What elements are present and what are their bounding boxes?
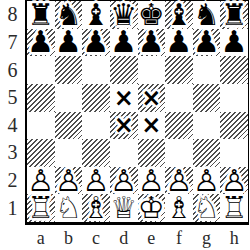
- piece-white-pawn-backing: ♟: [82, 167, 110, 195]
- piece-black-knight: ♞: [55, 1, 83, 29]
- square-a6[interactable]: [27, 56, 55, 84]
- piece-black-pawn-backing: ♟: [27, 29, 55, 57]
- square-g4[interactable]: [193, 112, 221, 140]
- piece-white-bishop: ♗: [82, 194, 110, 222]
- piece-white-pawn: ♙: [220, 167, 248, 195]
- square-e5[interactable]: ×: [138, 84, 166, 112]
- square-c7[interactable]: ♟♟: [82, 29, 110, 57]
- piece-black-pawn-backing: ♟: [110, 29, 138, 57]
- square-f4[interactable]: [165, 112, 193, 140]
- file-label-h: h: [220, 227, 248, 249]
- piece-black-rook-backing: ♜: [220, 1, 248, 29]
- rank-label-7: 7: [0, 29, 25, 57]
- square-f7[interactable]: ♟♟: [165, 29, 193, 57]
- square-d3[interactable]: [110, 139, 138, 167]
- square-e4[interactable]: ×: [138, 112, 166, 140]
- square-g1[interactable]: ♞♘: [193, 194, 221, 222]
- piece-black-bishop: ♝: [82, 1, 110, 29]
- square-h6[interactable]: [220, 56, 248, 84]
- square-c1[interactable]: ♝♗: [82, 194, 110, 222]
- square-b4[interactable]: [55, 112, 83, 140]
- piece-white-pawn: ♙: [110, 167, 138, 195]
- chess-diagram: 87654321 ♜♜♞♞♝♝♛♛♚♚♝♝♞♞♜♜♟♟♟♟♟♟♟♟♟♟♟♟♟♟♟…: [0, 0, 250, 250]
- square-g8[interactable]: ♞♞: [193, 1, 221, 29]
- piece-black-pawn-backing: ♟: [55, 29, 83, 57]
- piece-black-king: ♚: [138, 1, 166, 29]
- file-label-e: e: [138, 227, 166, 249]
- square-h2[interactable]: ♟♙: [220, 167, 248, 195]
- square-b3[interactable]: [55, 139, 83, 167]
- square-d8[interactable]: ♛♛: [110, 1, 138, 29]
- square-e3[interactable]: [138, 139, 166, 167]
- piece-white-king-backing: ♚: [138, 194, 166, 222]
- piece-black-rook-backing: ♜: [27, 1, 55, 29]
- square-c6[interactable]: [82, 56, 110, 84]
- piece-black-bishop-backing: ♝: [165, 1, 193, 29]
- piece-black-knight-backing: ♞: [193, 1, 221, 29]
- piece-black-pawn-backing: ♟: [220, 29, 248, 57]
- square-d2[interactable]: ♟♙: [110, 167, 138, 195]
- center-mark-x-e5: ×: [138, 84, 166, 112]
- square-e6[interactable]: [138, 56, 166, 84]
- piece-black-pawn: ♟: [55, 29, 83, 57]
- square-g7[interactable]: ♟♟: [193, 29, 221, 57]
- piece-white-pawn-backing: ♟: [165, 167, 193, 195]
- file-label-g: g: [193, 227, 221, 249]
- center-mark-x-e4: ×: [138, 112, 166, 140]
- chess-board: ♜♜♞♞♝♝♛♛♚♚♝♝♞♞♜♜♟♟♟♟♟♟♟♟♟♟♟♟♟♟♟♟××××♟♙♟♙…: [25, 0, 249, 225]
- square-c4[interactable]: [82, 112, 110, 140]
- square-h3[interactable]: [220, 139, 248, 167]
- piece-white-pawn-backing: ♟: [220, 167, 248, 195]
- piece-white-bishop: ♗: [165, 194, 193, 222]
- square-g3[interactable]: [193, 139, 221, 167]
- square-b7[interactable]: ♟♟: [55, 29, 83, 57]
- rank-label-4: 4: [0, 112, 25, 140]
- piece-white-rook-backing: ♜: [220, 194, 248, 222]
- file-label-f: f: [165, 227, 193, 249]
- square-a1[interactable]: ♜♖: [27, 194, 55, 222]
- square-e7[interactable]: ♟♟: [138, 29, 166, 57]
- piece-black-pawn: ♟: [138, 29, 166, 57]
- file-label-a: a: [27, 227, 55, 249]
- piece-black-pawn: ♟: [27, 29, 55, 57]
- rank-labels: 87654321: [0, 1, 25, 222]
- file-label-b: b: [55, 227, 83, 249]
- file-label-c: c: [82, 227, 110, 249]
- piece-white-pawn: ♙: [55, 167, 83, 195]
- square-h5[interactable]: [220, 84, 248, 112]
- piece-black-knight-backing: ♞: [55, 1, 83, 29]
- square-a3[interactable]: [27, 139, 55, 167]
- piece-white-pawn-backing: ♟: [138, 167, 166, 195]
- piece-black-pawn-backing: ♟: [138, 29, 166, 57]
- piece-black-queen: ♛: [110, 1, 138, 29]
- piece-black-pawn: ♟: [82, 29, 110, 57]
- piece-white-queen-backing: ♛: [110, 194, 138, 222]
- piece-white-knight-backing: ♞: [55, 194, 83, 222]
- square-a7[interactable]: ♟♟: [27, 29, 55, 57]
- piece-black-pawn: ♟: [220, 29, 248, 57]
- square-b8[interactable]: ♞♞: [55, 1, 83, 29]
- piece-white-knight-backing: ♞: [193, 194, 221, 222]
- square-e8[interactable]: ♚♚: [138, 1, 166, 29]
- square-b5[interactable]: [55, 84, 83, 112]
- piece-black-pawn-backing: ♟: [82, 29, 110, 57]
- piece-white-queen: ♕: [110, 194, 138, 222]
- piece-black-pawn: ♟: [110, 29, 138, 57]
- square-b1[interactable]: ♞♘: [55, 194, 83, 222]
- square-f3[interactable]: [165, 139, 193, 167]
- square-d6[interactable]: [110, 56, 138, 84]
- rank-label-1: 1: [0, 194, 25, 222]
- piece-white-rook: ♖: [220, 194, 248, 222]
- center-mark-x-d4: ×: [110, 112, 138, 140]
- board-squares: ♜♜♞♞♝♝♛♛♚♚♝♝♞♞♜♜♟♟♟♟♟♟♟♟♟♟♟♟♟♟♟♟××××♟♙♟♙…: [27, 1, 248, 222]
- piece-black-queen-backing: ♛: [110, 1, 138, 29]
- piece-white-pawn: ♙: [27, 167, 55, 195]
- square-c3[interactable]: [82, 139, 110, 167]
- piece-white-pawn-backing: ♟: [193, 167, 221, 195]
- piece-white-bishop-backing: ♝: [165, 194, 193, 222]
- piece-white-pawn: ♙: [82, 167, 110, 195]
- file-label-d: d: [110, 227, 138, 249]
- square-h7[interactable]: ♟♟: [220, 29, 248, 57]
- square-h4[interactable]: [220, 112, 248, 140]
- piece-black-knight: ♞: [193, 1, 221, 29]
- piece-white-pawn-backing: ♟: [55, 167, 83, 195]
- square-b2[interactable]: ♟♙: [55, 167, 83, 195]
- square-a4[interactable]: [27, 112, 55, 140]
- square-f8[interactable]: ♝♝: [165, 1, 193, 29]
- square-b6[interactable]: [55, 56, 83, 84]
- square-c2[interactable]: ♟♙: [82, 167, 110, 195]
- square-d4[interactable]: ×: [110, 112, 138, 140]
- square-d7[interactable]: ♟♟: [110, 29, 138, 57]
- piece-black-pawn-backing: ♟: [165, 29, 193, 57]
- rank-label-5: 5: [0, 84, 25, 112]
- rank-label-2: 2: [0, 167, 25, 195]
- piece-white-pawn: ♙: [138, 167, 166, 195]
- piece-black-bishop-backing: ♝: [82, 1, 110, 29]
- square-a5[interactable]: [27, 84, 55, 112]
- piece-white-knight: ♘: [55, 194, 83, 222]
- piece-white-king: ♔: [138, 194, 166, 222]
- square-d1[interactable]: ♛♕: [110, 194, 138, 222]
- square-a2[interactable]: ♟♙: [27, 167, 55, 195]
- piece-black-rook: ♜: [27, 1, 55, 29]
- piece-white-knight: ♘: [193, 194, 221, 222]
- piece-black-pawn: ♟: [193, 29, 221, 57]
- square-g2[interactable]: ♟♙: [193, 167, 221, 195]
- piece-white-pawn: ♙: [193, 167, 221, 195]
- piece-white-rook: ♖: [27, 194, 55, 222]
- square-a8[interactable]: ♜♜: [27, 1, 55, 29]
- center-mark-x-d5: ×: [110, 84, 138, 112]
- square-e1[interactable]: ♚♔: [138, 194, 166, 222]
- piece-black-bishop: ♝: [165, 1, 193, 29]
- square-d5[interactable]: ×: [110, 84, 138, 112]
- piece-black-king-backing: ♚: [138, 1, 166, 29]
- piece-black-pawn: ♟: [165, 29, 193, 57]
- piece-white-rook-backing: ♜: [27, 194, 55, 222]
- file-labels: abcdefgh: [27, 227, 248, 249]
- square-f2[interactable]: ♟♙: [165, 167, 193, 195]
- square-h1[interactable]: ♜♖: [220, 194, 248, 222]
- square-c5[interactable]: [82, 84, 110, 112]
- square-g5[interactable]: [193, 84, 221, 112]
- square-f6[interactable]: [165, 56, 193, 84]
- square-e2[interactable]: ♟♙: [138, 167, 166, 195]
- square-f5[interactable]: [165, 84, 193, 112]
- rank-label-3: 3: [0, 139, 25, 167]
- rank-label-6: 6: [0, 56, 25, 84]
- piece-white-pawn-backing: ♟: [110, 167, 138, 195]
- piece-white-bishop-backing: ♝: [82, 194, 110, 222]
- piece-white-pawn: ♙: [165, 167, 193, 195]
- piece-black-rook: ♜: [220, 1, 248, 29]
- square-h8[interactable]: ♜♜: [220, 1, 248, 29]
- square-g6[interactable]: [193, 56, 221, 84]
- square-c8[interactable]: ♝♝: [82, 1, 110, 29]
- piece-white-pawn-backing: ♟: [27, 167, 55, 195]
- rank-label-8: 8: [0, 1, 25, 29]
- piece-black-pawn-backing: ♟: [193, 29, 221, 57]
- square-f1[interactable]: ♝♗: [165, 194, 193, 222]
